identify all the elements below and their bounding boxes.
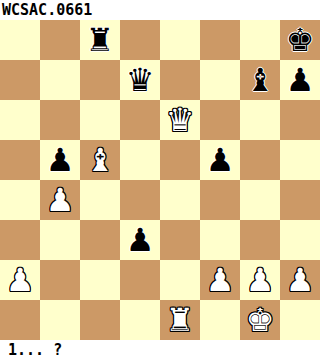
piece-white-queen[interactable]: ♛ bbox=[166, 100, 195, 140]
piece-black-queen[interactable]: ♛ bbox=[126, 60, 155, 100]
square-g3[interactable] bbox=[240, 220, 280, 260]
square-c1[interactable] bbox=[80, 300, 120, 340]
square-e6[interactable]: ♛ bbox=[160, 100, 200, 140]
square-f5[interactable]: ♟ bbox=[200, 140, 240, 180]
square-e7[interactable] bbox=[160, 60, 200, 100]
piece-black-pawn[interactable]: ♟ bbox=[206, 140, 235, 180]
square-b3[interactable] bbox=[40, 220, 80, 260]
square-e3[interactable] bbox=[160, 220, 200, 260]
piece-black-king[interactable]: ♚ bbox=[286, 20, 315, 60]
piece-white-king[interactable]: ♚ bbox=[246, 300, 275, 340]
square-e8[interactable] bbox=[160, 20, 200, 60]
square-a2[interactable]: ♟ bbox=[0, 260, 40, 300]
piece-black-rook[interactable]: ♜ bbox=[86, 20, 115, 60]
square-g2[interactable]: ♟ bbox=[240, 260, 280, 300]
square-h7[interactable]: ♟ bbox=[280, 60, 320, 100]
square-c8[interactable]: ♜ bbox=[80, 20, 120, 60]
square-g4[interactable] bbox=[240, 180, 280, 220]
square-a1[interactable] bbox=[0, 300, 40, 340]
square-d3[interactable]: ♟ bbox=[120, 220, 160, 260]
square-c7[interactable] bbox=[80, 60, 120, 100]
square-h1[interactable] bbox=[280, 300, 320, 340]
square-b7[interactable] bbox=[40, 60, 80, 100]
piece-white-pawn[interactable]: ♟ bbox=[286, 260, 315, 300]
square-b1[interactable] bbox=[40, 300, 80, 340]
square-g7[interactable]: ♝ bbox=[240, 60, 280, 100]
piece-white-bishop[interactable]: ♝ bbox=[86, 140, 115, 180]
square-c6[interactable] bbox=[80, 100, 120, 140]
piece-black-pawn[interactable]: ♟ bbox=[46, 140, 75, 180]
square-h3[interactable] bbox=[280, 220, 320, 260]
square-a4[interactable] bbox=[0, 180, 40, 220]
square-c2[interactable] bbox=[80, 260, 120, 300]
puzzle-id-bar: WCSAC.0661 bbox=[0, 0, 320, 20]
move-prompt: 1... ? bbox=[8, 341, 62, 359]
square-h2[interactable]: ♟ bbox=[280, 260, 320, 300]
square-f4[interactable] bbox=[200, 180, 240, 220]
piece-black-pawn[interactable]: ♟ bbox=[126, 220, 155, 260]
square-h8[interactable]: ♚ bbox=[280, 20, 320, 60]
puzzle-id: WCSAC.0661 bbox=[2, 1, 92, 19]
piece-white-pawn[interactable]: ♟ bbox=[246, 260, 275, 300]
square-b4[interactable]: ♟ bbox=[40, 180, 80, 220]
square-b6[interactable] bbox=[40, 100, 80, 140]
square-g8[interactable] bbox=[240, 20, 280, 60]
square-f1[interactable] bbox=[200, 300, 240, 340]
piece-white-pawn[interactable]: ♟ bbox=[46, 180, 75, 220]
square-a5[interactable] bbox=[0, 140, 40, 180]
square-f7[interactable] bbox=[200, 60, 240, 100]
square-e5[interactable] bbox=[160, 140, 200, 180]
square-d2[interactable] bbox=[120, 260, 160, 300]
move-prompt-bar: 1... ? bbox=[0, 340, 320, 360]
piece-black-bishop[interactable]: ♝ bbox=[246, 60, 275, 100]
square-a8[interactable] bbox=[0, 20, 40, 60]
square-g6[interactable] bbox=[240, 100, 280, 140]
square-f6[interactable] bbox=[200, 100, 240, 140]
piece-black-pawn[interactable]: ♟ bbox=[286, 60, 315, 100]
square-d8[interactable] bbox=[120, 20, 160, 60]
square-h4[interactable] bbox=[280, 180, 320, 220]
square-d6[interactable] bbox=[120, 100, 160, 140]
square-h6[interactable] bbox=[280, 100, 320, 140]
square-d5[interactable] bbox=[120, 140, 160, 180]
square-e4[interactable] bbox=[160, 180, 200, 220]
square-g5[interactable] bbox=[240, 140, 280, 180]
square-d7[interactable]: ♛ bbox=[120, 60, 160, 100]
square-e1[interactable]: ♜ bbox=[160, 300, 200, 340]
square-d4[interactable] bbox=[120, 180, 160, 220]
square-a7[interactable] bbox=[0, 60, 40, 100]
square-b5[interactable]: ♟ bbox=[40, 140, 80, 180]
square-h5[interactable] bbox=[280, 140, 320, 180]
square-c4[interactable] bbox=[80, 180, 120, 220]
square-d1[interactable] bbox=[120, 300, 160, 340]
chess-board: ♜♚♛♝♟♛♟♝♟♟♟♟♟♟♟♜♚ bbox=[0, 20, 320, 340]
square-c5[interactable]: ♝ bbox=[80, 140, 120, 180]
square-f3[interactable] bbox=[200, 220, 240, 260]
square-g1[interactable]: ♚ bbox=[240, 300, 280, 340]
square-c3[interactable] bbox=[80, 220, 120, 260]
square-a3[interactable] bbox=[0, 220, 40, 260]
square-b8[interactable] bbox=[40, 20, 80, 60]
square-a6[interactable] bbox=[0, 100, 40, 140]
piece-white-pawn[interactable]: ♟ bbox=[6, 260, 35, 300]
square-f2[interactable]: ♟ bbox=[200, 260, 240, 300]
piece-white-pawn[interactable]: ♟ bbox=[206, 260, 235, 300]
square-e2[interactable] bbox=[160, 260, 200, 300]
square-b2[interactable] bbox=[40, 260, 80, 300]
square-f8[interactable] bbox=[200, 20, 240, 60]
piece-white-rook[interactable]: ♜ bbox=[166, 300, 195, 340]
